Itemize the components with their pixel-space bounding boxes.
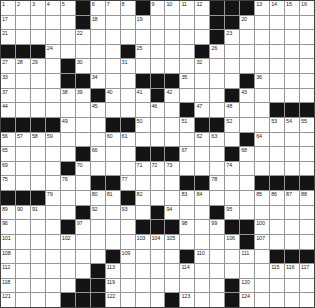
grid-cell[interactable]: 23 <box>225 30 239 44</box>
grid-cell[interactable]: 58 <box>31 133 45 147</box>
grid-cell[interactable]: 15 <box>285 1 299 15</box>
grid-cell[interactable] <box>46 250 60 264</box>
grid-cell[interactable] <box>91 250 105 264</box>
grid-cell[interactable]: 63 <box>210 133 224 147</box>
grid-cell[interactable] <box>121 103 135 117</box>
grid-cell[interactable] <box>61 103 75 117</box>
grid-cell[interactable] <box>165 264 179 278</box>
grid-cell[interactable] <box>16 176 30 190</box>
grid-cell[interactable] <box>300 133 314 147</box>
grid-cell[interactable] <box>31 103 45 117</box>
grid-cell[interactable] <box>285 206 299 220</box>
grid-cell[interactable]: 52 <box>225 118 239 132</box>
grid-cell[interactable] <box>255 264 269 278</box>
grid-cell[interactable] <box>76 235 90 249</box>
grid-cell[interactable]: 17 <box>1 16 15 30</box>
grid-cell[interactable] <box>285 162 299 176</box>
grid-cell[interactable]: 43 <box>240 89 254 103</box>
grid-cell[interactable] <box>240 30 254 44</box>
grid-cell[interactable]: 55 <box>300 118 314 132</box>
grid-cell[interactable]: 66 <box>91 147 105 161</box>
grid-cell[interactable] <box>180 235 194 249</box>
grid-cell[interactable]: 103 <box>136 235 150 249</box>
grid-cell[interactable]: 51 <box>180 118 194 132</box>
grid-cell[interactable] <box>255 118 269 132</box>
grid-cell[interactable]: 42 <box>165 89 179 103</box>
grid-cell[interactable]: 124 <box>240 293 254 307</box>
grid-cell[interactable] <box>255 147 269 161</box>
grid-cell[interactable]: 49 <box>61 118 75 132</box>
grid-cell[interactable] <box>195 74 209 88</box>
grid-cell[interactable]: 70 <box>76 162 90 176</box>
grid-cell[interactable]: 86 <box>270 191 284 205</box>
grid-cell[interactable] <box>270 206 284 220</box>
grid-cell[interactable] <box>31 250 45 264</box>
grid-cell[interactable] <box>180 206 194 220</box>
grid-cell[interactable] <box>225 250 239 264</box>
grid-cell[interactable] <box>151 45 165 59</box>
grid-cell[interactable] <box>121 279 135 293</box>
grid-cell[interactable] <box>76 118 90 132</box>
grid-cell[interactable]: 83 <box>180 191 194 205</box>
grid-cell[interactable]: 81 <box>106 191 120 205</box>
grid-cell[interactable]: 38 <box>61 89 75 103</box>
grid-cell[interactable] <box>151 176 165 190</box>
grid-cell[interactable]: 7 <box>106 1 120 15</box>
grid-cell[interactable]: 32 <box>195 59 209 73</box>
grid-cell[interactable]: 54 <box>285 118 299 132</box>
grid-cell[interactable] <box>136 206 150 220</box>
grid-cell[interactable]: 33 <box>1 74 15 88</box>
grid-cell[interactable] <box>195 279 209 293</box>
grid-cell[interactable] <box>76 264 90 278</box>
grid-cell[interactable]: 104 <box>151 235 165 249</box>
grid-cell[interactable] <box>180 16 194 30</box>
grid-cell[interactable] <box>61 206 75 220</box>
grid-cell[interactable] <box>255 89 269 103</box>
grid-cell[interactable] <box>31 293 45 307</box>
grid-cell[interactable] <box>195 147 209 161</box>
grid-cell[interactable] <box>225 45 239 59</box>
grid-cell[interactable] <box>91 133 105 147</box>
grid-cell[interactable] <box>61 264 75 278</box>
grid-cell[interactable] <box>255 103 269 117</box>
grid-cell[interactable]: 90 <box>16 206 30 220</box>
grid-cell[interactable]: 59 <box>46 133 60 147</box>
grid-cell[interactable] <box>210 293 224 307</box>
grid-cell[interactable]: 96 <box>1 220 15 234</box>
grid-cell[interactable] <box>121 89 135 103</box>
grid-cell[interactable]: 109 <box>121 250 135 264</box>
grid-cell[interactable] <box>270 45 284 59</box>
grid-cell[interactable] <box>210 191 224 205</box>
grid-cell[interactable] <box>255 279 269 293</box>
grid-cell[interactable] <box>165 250 179 264</box>
grid-cell[interactable] <box>61 16 75 30</box>
grid-cell[interactable] <box>61 147 75 161</box>
grid-cell[interactable] <box>46 74 60 88</box>
grid-cell[interactable] <box>270 293 284 307</box>
grid-cell[interactable] <box>225 59 239 73</box>
grid-cell[interactable] <box>121 220 135 234</box>
grid-cell[interactable] <box>31 147 45 161</box>
grid-cell[interactable] <box>46 235 60 249</box>
grid-cell[interactable]: 74 <box>225 162 239 176</box>
grid-cell[interactable] <box>285 147 299 161</box>
grid-cell[interactable] <box>225 133 239 147</box>
grid-cell[interactable] <box>151 293 165 307</box>
grid-cell[interactable]: 40 <box>106 89 120 103</box>
grid-cell[interactable] <box>300 89 314 103</box>
grid-cell[interactable]: 94 <box>165 206 179 220</box>
grid-cell[interactable]: 78 <box>210 176 224 190</box>
grid-cell[interactable]: 19 <box>136 16 150 30</box>
grid-cell[interactable] <box>106 220 120 234</box>
grid-cell[interactable] <box>195 235 209 249</box>
grid-cell[interactable] <box>136 250 150 264</box>
grid-cell[interactable] <box>61 250 75 264</box>
grid-cell[interactable]: 113 <box>106 264 120 278</box>
grid-cell[interactable]: 77 <box>121 176 135 190</box>
grid-cell[interactable] <box>91 30 105 44</box>
grid-cell[interactable] <box>46 30 60 44</box>
grid-cell[interactable] <box>136 103 150 117</box>
grid-cell[interactable]: 118 <box>1 279 15 293</box>
grid-cell[interactable]: 98 <box>180 220 194 234</box>
grid-cell[interactable] <box>91 235 105 249</box>
grid-cell[interactable] <box>195 293 209 307</box>
grid-cell[interactable] <box>121 293 135 307</box>
grid-cell[interactable] <box>106 147 120 161</box>
grid-cell[interactable] <box>136 59 150 73</box>
grid-cell[interactable] <box>195 206 209 220</box>
grid-cell[interactable] <box>106 162 120 176</box>
grid-cell[interactable] <box>136 293 150 307</box>
grid-cell[interactable] <box>285 220 299 234</box>
grid-cell[interactable] <box>270 162 284 176</box>
grid-cell[interactable]: 102 <box>61 235 75 249</box>
grid-cell[interactable]: 92 <box>91 206 105 220</box>
grid-cell[interactable]: 97 <box>76 220 90 234</box>
grid-cell[interactable] <box>61 279 75 293</box>
grid-cell[interactable] <box>31 279 45 293</box>
grid-cell[interactable]: 36 <box>255 74 269 88</box>
grid-cell[interactable] <box>76 191 90 205</box>
grid-cell[interactable] <box>76 250 90 264</box>
grid-cell[interactable] <box>240 118 254 132</box>
grid-cell[interactable]: 85 <box>255 191 269 205</box>
grid-cell[interactable]: 10 <box>165 1 179 15</box>
grid-cell[interactable] <box>136 30 150 44</box>
grid-cell[interactable]: 101 <box>1 235 15 249</box>
grid-cell[interactable]: 6 <box>91 1 105 15</box>
grid-cell[interactable] <box>16 74 30 88</box>
grid-cell[interactable] <box>16 279 30 293</box>
grid-cell[interactable] <box>255 16 269 30</box>
grid-cell[interactable]: 28 <box>16 59 30 73</box>
grid-cell[interactable]: 26 <box>210 45 224 59</box>
grid-cell[interactable]: 25 <box>136 45 150 59</box>
grid-cell[interactable] <box>195 264 209 278</box>
grid-cell[interactable] <box>300 162 314 176</box>
grid-cell[interactable] <box>151 16 165 30</box>
grid-cell[interactable] <box>46 206 60 220</box>
grid-cell[interactable]: 45 <box>91 103 105 117</box>
grid-cell[interactable]: 8 <box>121 1 135 15</box>
grid-cell[interactable]: 9 <box>151 1 165 15</box>
grid-cell[interactable]: 122 <box>106 293 120 307</box>
grid-cell[interactable] <box>16 103 30 117</box>
grid-cell[interactable] <box>61 133 75 147</box>
grid-cell[interactable] <box>31 16 45 30</box>
grid-cell[interactable] <box>285 293 299 307</box>
grid-cell[interactable] <box>61 45 75 59</box>
grid-cell[interactable] <box>210 89 224 103</box>
grid-cell[interactable] <box>31 30 45 44</box>
grid-cell[interactable]: 56 <box>1 133 15 147</box>
grid-cell[interactable] <box>31 220 45 234</box>
grid-cell[interactable]: 5 <box>61 1 75 15</box>
grid-cell[interactable] <box>16 293 30 307</box>
grid-cell[interactable] <box>165 191 179 205</box>
grid-cell[interactable] <box>46 279 60 293</box>
grid-cell[interactable] <box>270 89 284 103</box>
grid-cell[interactable] <box>270 74 284 88</box>
grid-cell[interactable]: 73 <box>165 162 179 176</box>
grid-cell[interactable] <box>165 279 179 293</box>
grid-cell[interactable]: 64 <box>255 133 269 147</box>
grid-cell[interactable] <box>151 279 165 293</box>
grid-cell[interactable] <box>270 235 284 249</box>
grid-cell[interactable]: 80 <box>91 191 105 205</box>
grid-cell[interactable]: 13 <box>255 1 269 15</box>
grid-cell[interactable]: 105 <box>165 235 179 249</box>
grid-cell[interactable] <box>165 59 179 73</box>
grid-cell[interactable] <box>195 89 209 103</box>
grid-cell[interactable] <box>106 30 120 44</box>
grid-cell[interactable] <box>255 45 269 59</box>
grid-cell[interactable] <box>31 89 45 103</box>
grid-cell[interactable]: 100 <box>255 220 269 234</box>
grid-cell[interactable]: 82 <box>136 191 150 205</box>
grid-cell[interactable]: 3 <box>31 1 45 15</box>
grid-cell[interactable] <box>61 30 75 44</box>
grid-cell[interactable]: 30 <box>76 59 90 73</box>
grid-cell[interactable] <box>46 176 60 190</box>
grid-cell[interactable]: 76 <box>61 176 75 190</box>
grid-cell[interactable] <box>240 206 254 220</box>
grid-cell[interactable] <box>210 264 224 278</box>
grid-cell[interactable] <box>300 220 314 234</box>
grid-cell[interactable] <box>240 191 254 205</box>
grid-cell[interactable] <box>300 30 314 44</box>
grid-cell[interactable]: 69 <box>1 162 15 176</box>
grid-cell[interactable]: 112 <box>1 264 15 278</box>
grid-cell[interactable] <box>46 264 60 278</box>
grid-cell[interactable]: 65 <box>1 147 15 161</box>
grid-cell[interactable] <box>91 59 105 73</box>
grid-cell[interactable]: 93 <box>121 206 135 220</box>
grid-cell[interactable] <box>285 89 299 103</box>
grid-cell[interactable] <box>106 206 120 220</box>
grid-cell[interactable] <box>46 293 60 307</box>
grid-cell[interactable] <box>121 162 135 176</box>
grid-cell[interactable]: 87 <box>285 191 299 205</box>
grid-cell[interactable] <box>165 103 179 117</box>
grid-cell[interactable] <box>151 118 165 132</box>
grid-cell[interactable]: 44 <box>1 103 15 117</box>
grid-cell[interactable] <box>61 191 75 205</box>
grid-cell[interactable] <box>76 103 90 117</box>
grid-cell[interactable]: 119 <box>106 279 120 293</box>
grid-cell[interactable] <box>210 103 224 117</box>
grid-cell[interactable] <box>210 147 224 161</box>
grid-cell[interactable] <box>16 162 30 176</box>
grid-cell[interactable] <box>270 133 284 147</box>
grid-cell[interactable] <box>106 103 120 117</box>
grid-cell[interactable]: 2 <box>16 1 30 15</box>
grid-cell[interactable] <box>195 162 209 176</box>
grid-cell[interactable] <box>106 59 120 73</box>
grid-cell[interactable] <box>31 235 45 249</box>
grid-cell[interactable] <box>300 59 314 73</box>
grid-cell[interactable] <box>300 147 314 161</box>
grid-cell[interactable]: 1 <box>1 1 15 15</box>
grid-cell[interactable] <box>180 279 194 293</box>
grid-cell[interactable] <box>31 162 45 176</box>
grid-cell[interactable] <box>300 74 314 88</box>
grid-cell[interactable] <box>106 45 120 59</box>
grid-cell[interactable]: 31 <box>121 59 135 73</box>
grid-cell[interactable] <box>151 30 165 44</box>
grid-cell[interactable] <box>255 30 269 44</box>
grid-cell[interactable] <box>270 16 284 30</box>
grid-cell[interactable] <box>285 59 299 73</box>
grid-cell[interactable] <box>195 16 209 30</box>
grid-cell[interactable]: 91 <box>31 206 45 220</box>
grid-cell[interactable] <box>165 133 179 147</box>
grid-cell[interactable]: 72 <box>151 162 165 176</box>
grid-cell[interactable] <box>121 264 135 278</box>
grid-cell[interactable] <box>46 162 60 176</box>
grid-cell[interactable] <box>121 74 135 88</box>
grid-cell[interactable]: 95 <box>225 206 239 220</box>
grid-cell[interactable] <box>136 133 150 147</box>
grid-cell[interactable]: 108 <box>1 250 15 264</box>
grid-cell[interactable] <box>285 45 299 59</box>
grid-cell[interactable]: 115 <box>270 264 284 278</box>
grid-cell[interactable]: 62 <box>195 133 209 147</box>
grid-cell[interactable]: 71 <box>136 162 150 176</box>
grid-cell[interactable]: 22 <box>76 30 90 44</box>
grid-cell[interactable]: 24 <box>46 45 60 59</box>
grid-cell[interactable] <box>255 250 269 264</box>
grid-cell[interactable] <box>136 279 150 293</box>
grid-cell[interactable]: 29 <box>31 59 45 73</box>
grid-cell[interactable] <box>46 220 60 234</box>
grid-cell[interactable] <box>180 59 194 73</box>
grid-cell[interactable]: 79 <box>46 191 60 205</box>
grid-cell[interactable] <box>285 235 299 249</box>
grid-cell[interactable] <box>165 30 179 44</box>
grid-cell[interactable] <box>180 162 194 176</box>
grid-cell[interactable] <box>16 30 30 44</box>
grid-cell[interactable]: 18 <box>91 16 105 30</box>
grid-cell[interactable] <box>270 147 284 161</box>
grid-cell[interactable] <box>180 133 194 147</box>
grid-cell[interactable] <box>91 220 105 234</box>
grid-cell[interactable]: 121 <box>1 293 15 307</box>
grid-cell[interactable] <box>225 74 239 88</box>
grid-cell[interactable] <box>16 264 30 278</box>
grid-cell[interactable] <box>16 250 30 264</box>
grid-cell[interactable]: 16 <box>300 1 314 15</box>
grid-cell[interactable] <box>165 118 179 132</box>
grid-cell[interactable] <box>255 293 269 307</box>
grid-cell[interactable] <box>31 264 45 278</box>
grid-cell[interactable]: 114 <box>180 264 194 278</box>
grid-cell[interactable]: 12 <box>195 1 209 15</box>
grid-cell[interactable] <box>165 16 179 30</box>
grid-cell[interactable] <box>151 264 165 278</box>
grid-cell[interactable]: 14 <box>270 1 284 15</box>
grid-cell[interactable] <box>240 264 254 278</box>
grid-cell[interactable] <box>285 74 299 88</box>
grid-cell[interactable]: 123 <box>180 293 194 307</box>
grid-cell[interactable] <box>210 279 224 293</box>
grid-cell[interactable] <box>46 103 60 117</box>
grid-cell[interactable] <box>151 59 165 73</box>
grid-cell[interactable] <box>136 176 150 190</box>
grid-cell[interactable] <box>121 16 135 30</box>
grid-cell[interactable] <box>255 206 269 220</box>
grid-cell[interactable]: 11 <box>180 1 194 15</box>
grid-cell[interactable] <box>76 176 90 190</box>
grid-cell[interactable]: 120 <box>240 279 254 293</box>
grid-cell[interactable] <box>106 16 120 30</box>
grid-cell[interactable] <box>165 45 179 59</box>
grid-cell[interactable] <box>300 293 314 307</box>
grid-cell[interactable] <box>270 220 284 234</box>
grid-cell[interactable] <box>46 147 60 161</box>
grid-cell[interactable] <box>91 162 105 176</box>
grid-cell[interactable]: 50 <box>136 118 150 132</box>
grid-cell[interactable] <box>210 250 224 264</box>
grid-cell[interactable]: 4 <box>46 1 60 15</box>
grid-cell[interactable] <box>195 220 209 234</box>
grid-cell[interactable] <box>285 16 299 30</box>
grid-cell[interactable]: 21 <box>1 30 15 44</box>
grid-cell[interactable]: 41 <box>136 89 150 103</box>
grid-cell[interactable] <box>285 30 299 44</box>
grid-cell[interactable] <box>151 191 165 205</box>
grid-cell[interactable]: 110 <box>195 250 209 264</box>
grid-cell[interactable] <box>210 235 224 249</box>
grid-cell[interactable] <box>31 176 45 190</box>
grid-cell[interactable]: 88 <box>300 191 314 205</box>
grid-cell[interactable]: 46 <box>151 103 165 117</box>
grid-cell[interactable] <box>76 133 90 147</box>
grid-cell[interactable] <box>225 191 239 205</box>
grid-cell[interactable] <box>300 235 314 249</box>
grid-cell[interactable] <box>210 74 224 88</box>
grid-cell[interactable] <box>165 176 179 190</box>
grid-cell[interactable]: 27 <box>1 59 15 73</box>
grid-cell[interactable] <box>285 279 299 293</box>
grid-cell[interactable] <box>16 147 30 161</box>
grid-cell[interactable] <box>31 74 45 88</box>
grid-cell[interactable] <box>195 30 209 44</box>
